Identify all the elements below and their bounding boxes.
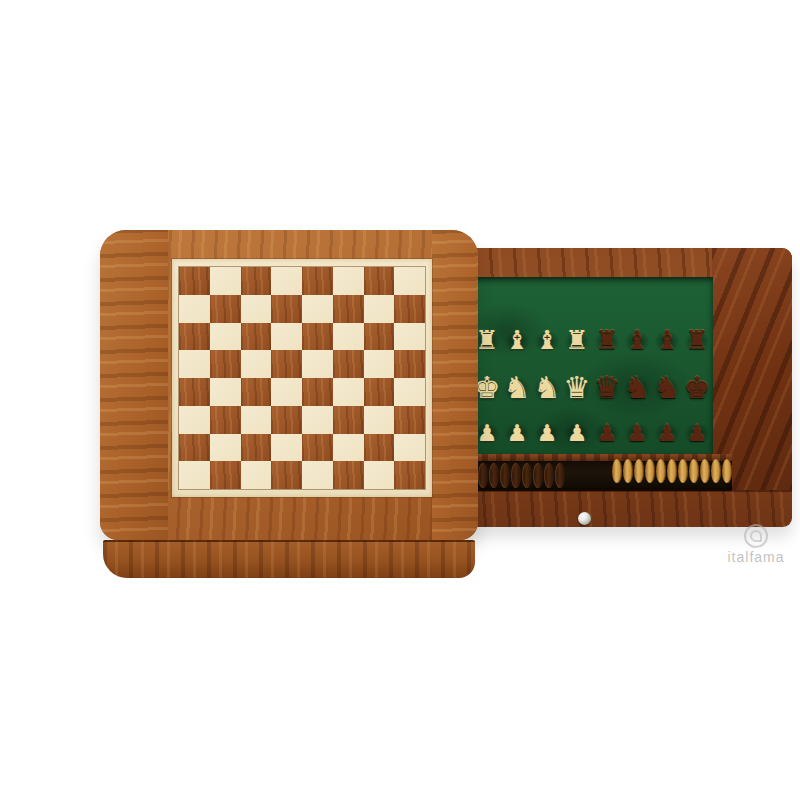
tray-piece: ♛ xyxy=(564,373,591,403)
checker-disc-dark xyxy=(500,463,510,488)
board-square xyxy=(364,295,395,323)
tray-piece: ♝ xyxy=(505,327,528,353)
board-square xyxy=(364,323,395,351)
tray-piece: ♚ xyxy=(684,373,711,403)
tray-piece: ♞ xyxy=(534,373,561,403)
tray-piece: ♟ xyxy=(567,422,588,445)
board-square xyxy=(364,267,395,295)
tray-piece: ♛ xyxy=(594,373,621,403)
board-square xyxy=(179,350,210,378)
piece-slot: ♟ xyxy=(502,401,532,443)
piece-slot: ♟ xyxy=(622,401,652,443)
board-square xyxy=(333,461,364,489)
checker-disc-dark xyxy=(511,463,521,488)
tray-piece: ♟ xyxy=(537,422,558,445)
piece-slot: ♟ xyxy=(562,401,592,443)
piece-slot: ♜ xyxy=(682,309,712,351)
piece-slot: ♟ xyxy=(532,401,562,443)
board-square xyxy=(394,323,425,351)
board-square xyxy=(241,434,272,462)
board-square xyxy=(241,406,272,434)
board-square xyxy=(210,406,241,434)
piece-slot: ♜ xyxy=(592,309,622,351)
board-square xyxy=(302,461,333,489)
board-square xyxy=(179,434,210,462)
board-square xyxy=(210,295,241,323)
board-square xyxy=(364,350,395,378)
checker-disc-dark xyxy=(489,463,499,488)
checker-disc-light xyxy=(667,459,677,483)
dark-checkers-stack xyxy=(478,463,565,488)
board-square xyxy=(210,267,241,295)
board-square xyxy=(302,378,333,406)
board-square xyxy=(271,295,302,323)
piece-slot: ♝ xyxy=(532,309,562,351)
box-drawer: ♜♝♝♜♜♝♝♜♚♞♞♛♛♞♞♚♟♟♟♟♟♟♟♟♟♟♟♟♟♟♟♟ xyxy=(436,248,792,527)
checker-disc-dark xyxy=(522,463,532,488)
board-square xyxy=(179,323,210,351)
product-photo: ♜♝♝♜♜♝♝♜♚♞♞♛♛♞♞♚♟♟♟♟♟♟♟♟♟♟♟♟♟♟♟♟ italfam… xyxy=(0,0,800,800)
checker-disc-light xyxy=(634,459,644,483)
chessboard-grid xyxy=(179,267,425,489)
board-square xyxy=(333,434,364,462)
board-square xyxy=(364,406,395,434)
board-square xyxy=(210,350,241,378)
board-square xyxy=(241,267,272,295)
checkers-channel xyxy=(468,457,732,491)
board-square xyxy=(271,406,302,434)
piece-slot: ♞ xyxy=(532,351,562,401)
checker-disc-light xyxy=(645,459,655,483)
board-square xyxy=(179,267,210,295)
board-square xyxy=(394,267,425,295)
tray-piece: ♜ xyxy=(595,327,618,353)
watermark-text: italfama xyxy=(708,549,800,565)
board-square xyxy=(302,406,333,434)
board-square xyxy=(333,267,364,295)
checker-disc-light xyxy=(623,459,633,483)
tray-piece: ♜ xyxy=(565,327,588,353)
board-square xyxy=(394,350,425,378)
tray-piece: ♟ xyxy=(687,422,708,445)
checker-disc-light xyxy=(678,459,688,483)
board-square xyxy=(241,461,272,489)
board-square xyxy=(394,406,425,434)
board-square xyxy=(241,323,272,351)
board-square xyxy=(210,434,241,462)
piece-slot: ♜ xyxy=(562,309,592,351)
board-square xyxy=(302,267,333,295)
tray-piece: ♟ xyxy=(477,422,498,445)
board-square xyxy=(271,267,302,295)
board-square xyxy=(302,434,333,462)
piece-slot: ♟ xyxy=(592,401,622,443)
board-square xyxy=(333,378,364,406)
tray-piece: ♝ xyxy=(535,327,558,353)
board-square xyxy=(179,461,210,489)
piece-slot: ♞ xyxy=(502,351,532,401)
watermark-logo-icon xyxy=(744,524,768,548)
board-square xyxy=(271,323,302,351)
piece-slot: ♞ xyxy=(622,351,652,401)
board-square xyxy=(271,350,302,378)
tray-piece: ♟ xyxy=(597,422,618,445)
board-square xyxy=(179,378,210,406)
tray-piece: ♞ xyxy=(654,373,681,403)
board-square xyxy=(394,295,425,323)
lid-top-face xyxy=(100,230,478,540)
board-square xyxy=(210,323,241,351)
board-square xyxy=(179,295,210,323)
piece-slot: ♝ xyxy=(652,309,682,351)
checker-disc-light xyxy=(722,459,732,483)
piece-slot: ♟ xyxy=(682,401,712,443)
tray-piece: ♞ xyxy=(624,373,651,403)
piece-slot: ♛ xyxy=(592,351,622,401)
board-square xyxy=(394,378,425,406)
checker-disc-dark xyxy=(555,463,565,488)
tray-piece: ♜ xyxy=(685,327,708,353)
board-square xyxy=(271,434,302,462)
lid-right-frame xyxy=(432,230,478,540)
lid-front-face xyxy=(103,540,475,578)
drawer-knob xyxy=(578,512,591,525)
piece-slot: ♟ xyxy=(652,401,682,443)
lid-left-frame xyxy=(100,230,168,540)
tray-piece: ♟ xyxy=(627,422,648,445)
board-square xyxy=(302,350,333,378)
piece-slot: ♛ xyxy=(562,351,592,401)
board-square xyxy=(302,323,333,351)
board-square xyxy=(210,461,241,489)
board-square xyxy=(241,378,272,406)
board-square xyxy=(271,378,302,406)
tray-piece: ♟ xyxy=(657,422,678,445)
piece-slot: ♚ xyxy=(682,351,712,401)
checker-disc-light xyxy=(700,459,710,483)
checker-disc-light xyxy=(711,459,721,483)
piece-slot: ♝ xyxy=(622,309,652,351)
board-square xyxy=(364,461,395,489)
tray-piece: ♞ xyxy=(504,373,531,403)
chess-box-lid xyxy=(100,230,478,576)
felt-tray: ♜♝♝♜♜♝♝♜♚♞♞♛♛♞♞♚♟♟♟♟♟♟♟♟♟♟♟♟♟♟♟♟ xyxy=(455,277,713,457)
tray-piece: ♟ xyxy=(507,422,528,445)
board-square xyxy=(394,461,425,489)
tray-piece: ♝ xyxy=(625,327,648,353)
board-square xyxy=(179,406,210,434)
board-square xyxy=(333,295,364,323)
checker-disc-dark xyxy=(478,463,488,488)
piece-slot: ♝ xyxy=(502,309,532,351)
checker-disc-dark xyxy=(533,463,543,488)
tray-piece: ♝ xyxy=(655,327,678,353)
checker-disc-light xyxy=(689,459,699,483)
board-square xyxy=(364,378,395,406)
piece-slot: ♞ xyxy=(652,351,682,401)
board-square xyxy=(364,434,395,462)
board-square xyxy=(333,350,364,378)
checker-disc-dark xyxy=(544,463,554,488)
board-square xyxy=(271,461,302,489)
board-square xyxy=(333,323,364,351)
checker-disc-light xyxy=(656,459,666,483)
board-square xyxy=(210,378,241,406)
board-square xyxy=(394,434,425,462)
watermark: italfama xyxy=(708,524,800,572)
board-square xyxy=(333,406,364,434)
board-square xyxy=(241,295,272,323)
board-square xyxy=(302,295,333,323)
tray-piece: ♜ xyxy=(475,327,498,353)
checker-disc-light xyxy=(612,459,622,483)
chessboard xyxy=(172,259,432,497)
board-square xyxy=(241,350,272,378)
light-checkers-stack xyxy=(612,459,732,483)
